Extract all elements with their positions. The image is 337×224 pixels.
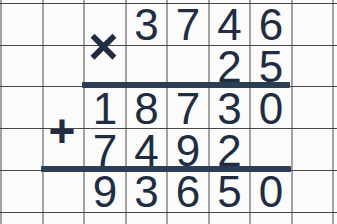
grid-digit: 0	[251, 88, 292, 129]
grid-digit: 0	[251, 171, 292, 212]
grid-digit: 6	[168, 171, 209, 212]
grid-digit: 2	[209, 46, 250, 87]
plus-icon: +	[41, 110, 83, 152]
grid-digit: 6	[251, 4, 292, 45]
multiplication-rule-line	[82, 82, 290, 88]
grid-digit: 3	[126, 171, 167, 212]
grid-digit: 1	[85, 88, 126, 129]
multiply-icon: ×	[83, 25, 125, 67]
grid-digit: 7	[168, 4, 209, 45]
squared-paper-board: 37462518730749293650 × +	[0, 0, 337, 224]
grid-digit: 4	[209, 4, 250, 45]
grid-digit: 3	[126, 4, 167, 45]
grid-digit: 9	[168, 129, 209, 170]
grid-digit: 3	[209, 88, 250, 129]
grid-digit: 5	[209, 171, 250, 212]
addition-rule-line	[41, 166, 291, 172]
grid-digit: 9	[85, 171, 126, 212]
grid-digit: 4	[126, 129, 167, 170]
grid-digit: 7	[168, 88, 209, 129]
grid-digit: 2	[209, 129, 250, 170]
grid-digit: 7	[85, 129, 126, 170]
grid-digit: 5	[251, 46, 292, 87]
grid-digit: 8	[126, 88, 167, 129]
